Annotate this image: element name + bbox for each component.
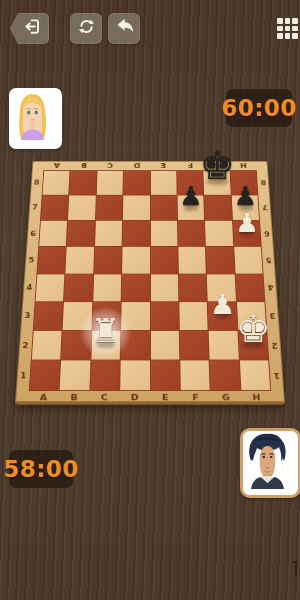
square-b7[interactable] [68, 196, 95, 221]
rank-label-right-4: 4 [263, 274, 277, 302]
undo-arrow-icon [115, 17, 134, 40]
square-a4[interactable] [36, 274, 65, 301]
piece-white-king-h2[interactable]: ♚ [236, 310, 271, 349]
rank-label-right-8: 8 [257, 170, 270, 195]
piece-white-rook-c2[interactable]: ♜ [91, 315, 121, 348]
board-edge [15, 401, 285, 405]
square-f3[interactable] [179, 302, 208, 330]
square-e7[interactable] [150, 196, 176, 221]
square-a7[interactable] [41, 196, 69, 221]
square-b5[interactable] [66, 247, 94, 273]
square-a8[interactable] [43, 171, 70, 195]
square-c8[interactable] [97, 171, 123, 195]
rank-label-left-1: 1 [16, 360, 31, 391]
square-f1[interactable] [180, 360, 210, 390]
square-f2[interactable] [180, 331, 209, 360]
rank-label-left-8: 8 [30, 170, 43, 195]
grid-menu-icon[interactable] [277, 18, 298, 39]
rank-label-left-5: 5 [24, 247, 38, 274]
rank-label-right-1: 1 [269, 360, 284, 391]
file-label-top-a: A [43, 161, 70, 170]
piece-white-pawn-h6[interactable]: ♟ [235, 210, 259, 236]
square-c4[interactable] [93, 274, 121, 301]
square-e8[interactable] [150, 171, 176, 195]
square-g7[interactable] [204, 196, 231, 221]
rank-label-right-5: 5 [262, 247, 276, 274]
square-b6[interactable] [67, 221, 95, 246]
square-d7[interactable] [123, 196, 149, 221]
piece-black-pawn-f7[interactable]: ♟ [179, 184, 202, 210]
square-b8[interactable] [70, 171, 97, 195]
file-label-top-b: B [70, 161, 97, 170]
square-b4[interactable] [64, 274, 93, 301]
square-h5[interactable] [234, 247, 263, 273]
square-h4[interactable] [235, 274, 264, 301]
square-g5[interactable] [206, 247, 234, 273]
square-a5[interactable] [37, 247, 66, 273]
square-h1[interactable] [240, 360, 271, 390]
rank-label-left-7: 7 [28, 195, 41, 220]
rank-label-right-6: 6 [260, 220, 274, 246]
square-e3[interactable] [150, 302, 178, 330]
chess-game-screen: 60:00 ABCDEFGH ABCDEFGH 87654321 8765432… [0, 0, 300, 600]
wood-grain-mark [295, 561, 297, 577]
square-f6[interactable] [178, 221, 205, 246]
square-e2[interactable] [150, 331, 179, 360]
player-avatar[interactable] [240, 428, 300, 498]
white-timer: 58:00 [9, 450, 73, 488]
square-d6[interactable] [123, 221, 150, 246]
square-c6[interactable] [95, 221, 122, 246]
undo-button[interactable] [108, 13, 140, 44]
square-c5[interactable] [94, 247, 122, 273]
rank-label-left-2: 2 [18, 330, 33, 360]
piece-white-pawn-g3[interactable]: ♟ [210, 290, 236, 319]
square-a1[interactable] [30, 360, 61, 390]
rank-label-left-4: 4 [22, 274, 36, 302]
rank-label-left-6: 6 [26, 220, 40, 246]
file-label-top-c: C [97, 161, 124, 170]
exit-icon [18, 17, 42, 40]
square-e1[interactable] [150, 360, 179, 390]
dark-haired-man-portrait [243, 431, 292, 489]
chessboard: ABCDEFGH ABCDEFGH 87654321 87654321 [15, 103, 285, 403]
square-g2[interactable] [209, 331, 239, 360]
restart-button[interactable] [70, 13, 102, 44]
square-g6[interactable] [205, 221, 233, 246]
piece-black-pawn-h7[interactable]: ♟ [234, 184, 257, 210]
square-c7[interactable] [96, 196, 123, 221]
rank-label-left-3: 3 [20, 302, 34, 331]
square-f5[interactable] [178, 247, 206, 273]
square-g1[interactable] [210, 360, 240, 390]
white-timer-value: 58:00 [3, 456, 79, 482]
square-d1[interactable] [120, 360, 149, 390]
file-label-top-d: D [123, 161, 150, 170]
square-a3[interactable] [34, 302, 64, 330]
rank-label-right-7: 7 [258, 195, 271, 220]
square-a6[interactable] [39, 221, 67, 246]
square-d4[interactable] [122, 274, 150, 301]
square-e4[interactable] [150, 274, 178, 301]
piece-black-king-g8[interactable]: ♚ [199, 146, 235, 186]
file-label-top-e: E [150, 161, 177, 170]
square-e6[interactable] [150, 221, 177, 246]
square-f4[interactable] [179, 274, 207, 301]
square-b1[interactable] [60, 360, 90, 390]
exit-button[interactable] [10, 13, 49, 44]
refresh-icon [77, 17, 96, 40]
square-e5[interactable] [150, 247, 177, 273]
square-a2[interactable] [32, 331, 62, 360]
square-c1[interactable] [90, 360, 120, 390]
square-d5[interactable] [122, 247, 149, 273]
square-d8[interactable] [123, 171, 149, 195]
